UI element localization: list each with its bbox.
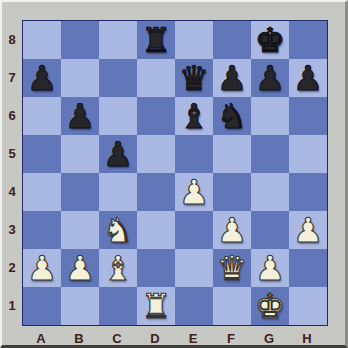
square-d6[interactable] <box>137 97 175 135</box>
square-e3[interactable] <box>175 211 213 249</box>
file-label-a: A <box>22 329 60 347</box>
piece-black-pawn-c5[interactable]: ♟ <box>103 135 133 173</box>
square-c6[interactable] <box>99 97 137 135</box>
square-a3[interactable] <box>23 211 61 249</box>
square-g1[interactable]: ♚ <box>251 287 289 325</box>
square-f5[interactable] <box>213 135 251 173</box>
chess-board: ♜♚♟♛♟♟♟♟♝♞♟♟♞♟♟♟♟♝♛♟♜♚ <box>22 20 328 326</box>
square-c1[interactable] <box>99 287 137 325</box>
piece-white-pawn-a2[interactable]: ♟ <box>27 249 57 287</box>
file-label-b: B <box>60 329 98 347</box>
square-h6[interactable] <box>289 97 327 135</box>
square-d1[interactable]: ♜ <box>137 287 175 325</box>
piece-black-pawn-a7[interactable]: ♟ <box>27 59 57 97</box>
square-f2[interactable]: ♛ <box>213 249 251 287</box>
square-d3[interactable] <box>137 211 175 249</box>
square-c2[interactable]: ♝ <box>99 249 137 287</box>
square-d2[interactable] <box>137 249 175 287</box>
square-f4[interactable] <box>213 173 251 211</box>
square-g6[interactable] <box>251 97 289 135</box>
square-b4[interactable] <box>61 173 99 211</box>
square-h1[interactable] <box>289 287 327 325</box>
file-label-h: H <box>288 329 326 347</box>
square-f1[interactable] <box>213 287 251 325</box>
piece-black-pawn-b6[interactable]: ♟ <box>65 97 95 135</box>
square-d4[interactable] <box>137 173 175 211</box>
file-label-g: G <box>250 329 288 347</box>
square-h5[interactable] <box>289 135 327 173</box>
square-d7[interactable] <box>137 59 175 97</box>
square-c8[interactable] <box>99 21 137 59</box>
rank-label-1: 1 <box>2 286 22 324</box>
piece-black-rook-d8[interactable]: ♜ <box>141 21 171 59</box>
square-e5[interactable] <box>175 135 213 173</box>
square-b3[interactable] <box>61 211 99 249</box>
square-e1[interactable] <box>175 287 213 325</box>
square-g2[interactable]: ♟ <box>251 249 289 287</box>
square-g4[interactable] <box>251 173 289 211</box>
file-label-c: C <box>98 329 136 347</box>
rank-label-5: 5 <box>2 134 22 172</box>
square-h8[interactable] <box>289 21 327 59</box>
square-a7[interactable]: ♟ <box>23 59 61 97</box>
square-e4[interactable]: ♟ <box>175 173 213 211</box>
square-h2[interactable] <box>289 249 327 287</box>
piece-white-bishop-c2[interactable]: ♝ <box>103 249 133 287</box>
square-a1[interactable] <box>23 287 61 325</box>
rank-label-2: 2 <box>2 248 22 286</box>
square-c4[interactable] <box>99 173 137 211</box>
square-b6[interactable]: ♟ <box>61 97 99 135</box>
square-f6[interactable]: ♞ <box>213 97 251 135</box>
piece-white-pawn-e4[interactable]: ♟ <box>179 173 209 211</box>
chess-diagram-window: 87654321 ♜♚♟♛♟♟♟♟♝♞♟♟♞♟♟♟♟♝♛♟♜♚ ABCDEFGH <box>0 0 348 348</box>
rank-label-7: 7 <box>2 58 22 96</box>
square-b5[interactable] <box>61 135 99 173</box>
piece-black-queen-e7[interactable]: ♛ <box>179 59 209 97</box>
piece-black-pawn-h7[interactable]: ♟ <box>293 59 323 97</box>
square-h7[interactable]: ♟ <box>289 59 327 97</box>
piece-black-pawn-f7[interactable]: ♟ <box>217 59 247 97</box>
square-c7[interactable] <box>99 59 137 97</box>
square-f7[interactable]: ♟ <box>213 59 251 97</box>
piece-white-pawn-g2[interactable]: ♟ <box>255 249 285 287</box>
square-b2[interactable]: ♟ <box>61 249 99 287</box>
square-d8[interactable]: ♜ <box>137 21 175 59</box>
square-g7[interactable]: ♟ <box>251 59 289 97</box>
square-h3[interactable]: ♟ <box>289 211 327 249</box>
square-e7[interactable]: ♛ <box>175 59 213 97</box>
square-g5[interactable] <box>251 135 289 173</box>
square-a5[interactable] <box>23 135 61 173</box>
piece-white-pawn-f3[interactable]: ♟ <box>217 211 247 249</box>
square-b8[interactable] <box>61 21 99 59</box>
square-a8[interactable] <box>23 21 61 59</box>
rank-label-8: 8 <box>2 20 22 58</box>
square-b7[interactable] <box>61 59 99 97</box>
rank-label-3: 3 <box>2 210 22 248</box>
piece-black-pawn-g7[interactable]: ♟ <box>255 59 285 97</box>
square-c5[interactable]: ♟ <box>99 135 137 173</box>
square-a6[interactable] <box>23 97 61 135</box>
piece-white-pawn-h3[interactable]: ♟ <box>293 211 323 249</box>
piece-white-knight-c3[interactable]: ♞ <box>103 211 133 249</box>
piece-white-queen-f2[interactable]: ♛ <box>217 249 247 287</box>
square-f8[interactable] <box>213 21 251 59</box>
square-e8[interactable] <box>175 21 213 59</box>
square-g8[interactable]: ♚ <box>251 21 289 59</box>
square-g3[interactable] <box>251 211 289 249</box>
square-d5[interactable] <box>137 135 175 173</box>
file-label-d: D <box>136 329 174 347</box>
square-b1[interactable] <box>61 287 99 325</box>
rank-label-6: 6 <box>2 96 22 134</box>
square-f3[interactable]: ♟ <box>213 211 251 249</box>
square-a4[interactable] <box>23 173 61 211</box>
square-c3[interactable]: ♞ <box>99 211 137 249</box>
file-label-f: F <box>212 329 250 347</box>
square-e6[interactable]: ♝ <box>175 97 213 135</box>
rank-label-4: 4 <box>2 172 22 210</box>
piece-white-rook-d1[interactable]: ♜ <box>141 287 171 325</box>
square-h4[interactable] <box>289 173 327 211</box>
piece-black-knight-f6[interactable]: ♞ <box>217 97 247 135</box>
piece-white-pawn-b2[interactable]: ♟ <box>65 249 95 287</box>
square-e2[interactable] <box>175 249 213 287</box>
piece-black-king-g8[interactable]: ♚ <box>255 21 285 59</box>
piece-black-bishop-e6[interactable]: ♝ <box>179 97 209 135</box>
piece-white-king-g1[interactable]: ♚ <box>255 287 285 325</box>
file-label-e: E <box>174 329 212 347</box>
square-a2[interactable]: ♟ <box>23 249 61 287</box>
